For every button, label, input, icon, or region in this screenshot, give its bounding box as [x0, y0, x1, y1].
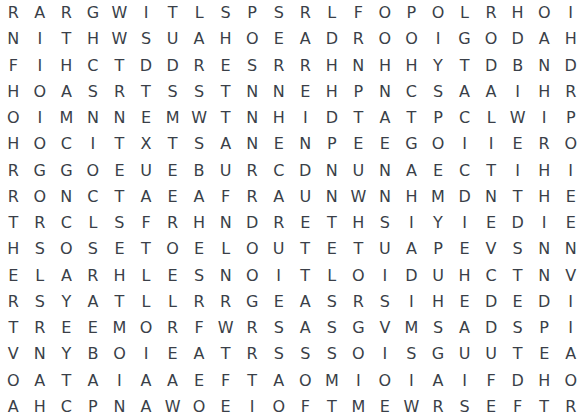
grid-cell[interactable]: O [0, 368, 27, 394]
grid-cell[interactable]: T [345, 105, 372, 131]
grid-cell[interactable]: S [319, 341, 346, 367]
grid-cell[interactable]: L [80, 210, 107, 236]
grid-cell[interactable]: U [265, 236, 292, 262]
grid-cell[interactable]: E [159, 158, 186, 184]
grid-cell[interactable]: A [80, 289, 107, 315]
grid-cell[interactable]: D [478, 315, 505, 341]
grid-cell[interactable]: E [319, 236, 346, 262]
grid-cell[interactable]: H [265, 105, 292, 131]
grid-cell[interactable]: R [345, 289, 372, 315]
grid-cell[interactable]: U [425, 263, 452, 289]
grid-cell[interactable]: S [27, 289, 54, 315]
grid-cell[interactable]: L [133, 289, 160, 315]
grid-cell[interactable]: P [345, 79, 372, 105]
grid-cell[interactable]: U [133, 158, 160, 184]
grid-cell[interactable]: O [531, 0, 558, 26]
grid-cell[interactable]: E [451, 289, 478, 315]
grid-cell[interactable]: E [0, 263, 27, 289]
grid-cell[interactable]: N [53, 184, 80, 210]
grid-cell[interactable]: H [212, 26, 239, 52]
grid-cell[interactable]: D [478, 289, 505, 315]
grid-cell[interactable]: N [106, 105, 133, 131]
grid-cell[interactable]: W [106, 26, 133, 52]
grid-cell[interactable]: B [504, 53, 531, 79]
grid-cell[interactable]: H [557, 26, 584, 52]
grid-cell[interactable]: T [531, 394, 558, 420]
grid-cell[interactable]: W [106, 0, 133, 26]
grid-cell[interactable]: M [53, 105, 80, 131]
grid-cell[interactable]: S [265, 0, 292, 26]
grid-cell[interactable]: I [106, 368, 133, 394]
grid-cell[interactable]: I [292, 105, 319, 131]
grid-cell[interactable]: N [239, 79, 266, 105]
grid-cell[interactable]: G [398, 131, 425, 157]
grid-cell[interactable]: O [398, 26, 425, 52]
grid-cell[interactable]: L [319, 0, 346, 26]
grid-cell[interactable]: L [159, 289, 186, 315]
grid-cell[interactable]: C [53, 131, 80, 157]
grid-cell[interactable]: E [478, 394, 505, 420]
grid-cell[interactable]: R [265, 210, 292, 236]
grid-cell[interactable]: M [398, 315, 425, 341]
grid-cell[interactable]: E [212, 53, 239, 79]
grid-cell[interactable]: C [478, 263, 505, 289]
grid-cell[interactable]: G [345, 315, 372, 341]
grid-cell[interactable]: H [531, 184, 558, 210]
grid-cell[interactable]: T [292, 263, 319, 289]
grid-cell[interactable]: E [80, 315, 107, 341]
grid-cell[interactable]: E [372, 394, 399, 420]
grid-cell[interactable]: D [504, 26, 531, 52]
grid-cell[interactable]: G [53, 158, 80, 184]
grid-cell[interactable]: O [27, 131, 54, 157]
grid-cell[interactable]: G [451, 26, 478, 52]
grid-cell[interactable]: E [265, 289, 292, 315]
grid-cell[interactable]: R [239, 315, 266, 341]
grid-cell[interactable]: N [531, 236, 558, 262]
grid-cell[interactable]: M [106, 315, 133, 341]
grid-cell[interactable]: R [0, 289, 27, 315]
grid-cell[interactable]: A [186, 341, 213, 367]
grid-cell[interactable]: I [425, 26, 452, 52]
grid-cell[interactable]: S [265, 315, 292, 341]
grid-cell[interactable]: S [133, 26, 160, 52]
grid-cell[interactable]: H [531, 158, 558, 184]
grid-cell[interactable]: O [425, 131, 452, 157]
grid-cell[interactable]: T [504, 184, 531, 210]
grid-cell[interactable]: E [372, 131, 399, 157]
grid-cell[interactable]: T [212, 105, 239, 131]
grid-cell[interactable]: T [504, 341, 531, 367]
grid-cell[interactable]: S [292, 341, 319, 367]
grid-cell[interactable]: W [398, 394, 425, 420]
grid-cell[interactable]: A [53, 263, 80, 289]
grid-cell[interactable]: D [504, 210, 531, 236]
grid-cell[interactable]: I [27, 26, 54, 52]
grid-cell[interactable]: H [531, 79, 558, 105]
grid-cell[interactable]: R [557, 394, 584, 420]
grid-cell[interactable]: H [398, 53, 425, 79]
grid-cell[interactable]: T [319, 394, 346, 420]
grid-cell[interactable]: A [27, 368, 54, 394]
grid-cell[interactable]: O [53, 236, 80, 262]
grid-cell[interactable]: Y [425, 210, 452, 236]
grid-cell[interactable]: O [106, 341, 133, 367]
grid-cell[interactable]: N [239, 105, 266, 131]
grid-cell[interactable]: U [159, 26, 186, 52]
grid-cell[interactable]: B [186, 158, 213, 184]
grid-cell[interactable]: M [425, 184, 452, 210]
grid-cell[interactable]: O [133, 315, 160, 341]
grid-cell[interactable]: A [133, 394, 160, 420]
grid-cell[interactable]: M [159, 105, 186, 131]
grid-cell[interactable]: R [0, 0, 27, 26]
grid-cell[interactable]: P [239, 0, 266, 26]
grid-cell[interactable]: S [425, 315, 452, 341]
grid-cell[interactable]: H [27, 394, 54, 420]
grid-cell[interactable]: S [212, 0, 239, 26]
grid-cell[interactable]: I [504, 79, 531, 105]
grid-cell[interactable]: E [106, 236, 133, 262]
grid-cell[interactable]: F [212, 368, 239, 394]
grid-cell[interactable]: A [159, 368, 186, 394]
grid-cell[interactable]: O [0, 105, 27, 131]
grid-cell[interactable]: T [133, 79, 160, 105]
grid-cell[interactable]: R [557, 79, 584, 105]
grid-cell[interactable]: O [292, 368, 319, 394]
grid-cell[interactable]: E [557, 184, 584, 210]
grid-cell[interactable]: N [345, 53, 372, 79]
grid-cell[interactable]: C [451, 105, 478, 131]
grid-cell[interactable]: R [80, 263, 107, 289]
grid-cell[interactable]: R [292, 53, 319, 79]
grid-cell[interactable]: S [504, 236, 531, 262]
grid-cell[interactable]: N [372, 158, 399, 184]
grid-cell[interactable]: U [478, 341, 505, 367]
grid-cell[interactable]: N [0, 26, 27, 52]
grid-cell[interactable]: E [451, 236, 478, 262]
grid-cell[interactable]: G [239, 289, 266, 315]
grid-cell[interactable]: S [319, 315, 346, 341]
grid-cell[interactable]: N [212, 263, 239, 289]
grid-cell[interactable]: R [478, 0, 505, 26]
grid-cell[interactable]: F [133, 210, 160, 236]
grid-cell[interactable]: A [265, 184, 292, 210]
grid-cell[interactable]: S [186, 131, 213, 157]
grid-cell[interactable]: F [345, 0, 372, 26]
grid-cell[interactable]: A [398, 236, 425, 262]
grid-cell[interactable]: V [0, 341, 27, 367]
grid-cell[interactable]: A [27, 0, 54, 26]
grid-cell[interactable]: E [159, 263, 186, 289]
grid-cell[interactable]: T [0, 210, 27, 236]
grid-cell[interactable]: O [239, 26, 266, 52]
grid-cell[interactable]: R [27, 210, 54, 236]
grid-cell[interactable]: O [557, 131, 584, 157]
grid-cell[interactable]: E [106, 158, 133, 184]
grid-cell[interactable]: U [292, 184, 319, 210]
grid-cell[interactable]: I [451, 131, 478, 157]
grid-cell[interactable]: F [186, 315, 213, 341]
grid-cell[interactable]: Y [425, 53, 452, 79]
grid-cell[interactable]: O [372, 26, 399, 52]
grid-cell[interactable]: I [531, 210, 558, 236]
grid-cell[interactable]: I [398, 210, 425, 236]
grid-cell[interactable]: W [504, 105, 531, 131]
grid-cell[interactable]: E [292, 79, 319, 105]
grid-cell[interactable]: G [27, 158, 54, 184]
grid-cell[interactable]: A [186, 184, 213, 210]
grid-cell[interactable]: N [319, 158, 346, 184]
grid-cell[interactable]: F [478, 368, 505, 394]
grid-cell[interactable]: I [557, 0, 584, 26]
grid-cell[interactable]: S [159, 79, 186, 105]
grid-cell[interactable]: H [53, 53, 80, 79]
grid-cell[interactable]: I [345, 368, 372, 394]
grid-cell[interactable]: T [504, 263, 531, 289]
grid-cell[interactable]: A [451, 79, 478, 105]
grid-cell[interactable]: E [265, 26, 292, 52]
grid-cell[interactable]: H [398, 184, 425, 210]
grid-cell[interactable]: W [186, 105, 213, 131]
grid-cell[interactable]: E [478, 210, 505, 236]
grid-cell[interactable]: H [504, 0, 531, 26]
grid-cell[interactable]: R [531, 131, 558, 157]
grid-cell[interactable]: E [186, 236, 213, 262]
grid-cell[interactable]: I [239, 394, 266, 420]
grid-cell[interactable]: C [80, 184, 107, 210]
grid-cell[interactable]: O [478, 26, 505, 52]
grid-cell[interactable]: I [451, 368, 478, 394]
grid-cell[interactable]: I [557, 158, 584, 184]
grid-cell[interactable]: D [319, 105, 346, 131]
grid-cell[interactable]: C [53, 210, 80, 236]
grid-cell[interactable]: P [557, 105, 584, 131]
grid-cell[interactable]: O [345, 341, 372, 367]
grid-cell[interactable]: T [159, 131, 186, 157]
grid-cell[interactable]: L [451, 0, 478, 26]
grid-cell[interactable]: O [80, 158, 107, 184]
grid-cell[interactable]: I [265, 263, 292, 289]
grid-cell[interactable]: R [186, 53, 213, 79]
grid-cell[interactable]: N [531, 263, 558, 289]
grid-cell[interactable]: L [319, 263, 346, 289]
grid-cell[interactable]: E [133, 105, 160, 131]
grid-cell[interactable]: I [80, 131, 107, 157]
grid-cell[interactable]: D [398, 263, 425, 289]
grid-cell[interactable]: L [186, 0, 213, 26]
grid-cell[interactable]: O [372, 368, 399, 394]
grid-cell[interactable]: E [292, 210, 319, 236]
grid-cell[interactable]: W [159, 394, 186, 420]
grid-cell[interactable]: S [451, 394, 478, 420]
grid-cell[interactable]: F [212, 184, 239, 210]
grid-cell[interactable]: T [398, 105, 425, 131]
grid-cell[interactable]: F [0, 53, 27, 79]
grid-cell[interactable]: D [292, 158, 319, 184]
grid-cell[interactable]: E [186, 368, 213, 394]
grid-cell[interactable]: O [239, 236, 266, 262]
grid-cell[interactable]: N [478, 184, 505, 210]
grid-cell[interactable]: C [398, 79, 425, 105]
grid-cell[interactable]: S [372, 289, 399, 315]
grid-cell[interactable]: W [345, 184, 372, 210]
grid-cell[interactable]: I [372, 341, 399, 367]
grid-cell[interactable]: H [80, 26, 107, 52]
grid-cell[interactable]: G [425, 341, 452, 367]
grid-cell[interactable]: R [0, 184, 27, 210]
grid-cell[interactable]: H [0, 131, 27, 157]
grid-cell[interactable]: A [398, 158, 425, 184]
grid-cell[interactable]: S [80, 236, 107, 262]
grid-cell[interactable]: H [106, 263, 133, 289]
grid-cell[interactable]: H [319, 53, 346, 79]
grid-cell[interactable]: N [27, 341, 54, 367]
grid-cell[interactable]: S [265, 341, 292, 367]
grid-cell[interactable]: D [531, 289, 558, 315]
grid-cell[interactable]: T [53, 26, 80, 52]
grid-cell[interactable]: T [133, 236, 160, 262]
grid-cell[interactable]: E [212, 394, 239, 420]
grid-cell[interactable]: H [186, 210, 213, 236]
grid-cell[interactable]: I [451, 210, 478, 236]
grid-cell[interactable]: A [292, 26, 319, 52]
grid-cell[interactable]: T [106, 184, 133, 210]
grid-cell[interactable]: N [372, 184, 399, 210]
grid-cell[interactable]: A [292, 315, 319, 341]
grid-cell[interactable]: P [531, 315, 558, 341]
grid-cell[interactable]: L [212, 236, 239, 262]
grid-cell[interactable]: X [133, 131, 160, 157]
grid-cell[interactable]: I [478, 131, 505, 157]
grid-cell[interactable]: S [398, 341, 425, 367]
grid-cell[interactable]: N [292, 131, 319, 157]
grid-cell[interactable]: D [451, 184, 478, 210]
grid-cell[interactable]: P [80, 394, 107, 420]
grid-cell[interactable]: L [133, 263, 160, 289]
grid-cell[interactable]: B [80, 341, 107, 367]
grid-cell[interactable]: N [372, 79, 399, 105]
grid-cell[interactable]: I [398, 289, 425, 315]
grid-cell[interactable]: S [319, 289, 346, 315]
grid-cell[interactable]: R [186, 289, 213, 315]
grid-cell[interactable]: I [557, 289, 584, 315]
grid-cell[interactable]: A [531, 26, 558, 52]
grid-cell[interactable]: Y [53, 341, 80, 367]
grid-cell[interactable]: S [372, 210, 399, 236]
grid-cell[interactable]: E [345, 131, 372, 157]
grid-cell[interactable]: O [345, 263, 372, 289]
grid-cell[interactable]: U [372, 236, 399, 262]
grid-cell[interactable]: H [0, 236, 27, 262]
grid-cell[interactable]: I [398, 368, 425, 394]
grid-cell[interactable]: A [212, 131, 239, 157]
grid-cell[interactable]: R [106, 79, 133, 105]
grid-cell[interactable]: T [239, 368, 266, 394]
grid-cell[interactable]: S [186, 79, 213, 105]
grid-cell[interactable]: A [451, 315, 478, 341]
grid-cell[interactable]: A [372, 105, 399, 131]
grid-cell[interactable]: I [531, 105, 558, 131]
grid-cell[interactable]: U [212, 158, 239, 184]
grid-cell[interactable]: E [425, 158, 452, 184]
grid-cell[interactable]: H [345, 210, 372, 236]
grid-cell[interactable]: E [557, 210, 584, 236]
grid-cell[interactable]: M [319, 368, 346, 394]
grid-cell[interactable]: H [451, 263, 478, 289]
grid-cell[interactable]: A [292, 289, 319, 315]
grid-cell[interactable]: I [133, 0, 160, 26]
grid-cell[interactable]: O [27, 79, 54, 105]
grid-cell[interactable]: O [372, 0, 399, 26]
grid-cell[interactable]: T [451, 53, 478, 79]
grid-cell[interactable]: S [186, 263, 213, 289]
grid-cell[interactable]: A [80, 368, 107, 394]
grid-cell[interactable]: S [80, 79, 107, 105]
grid-cell[interactable]: T [106, 131, 133, 157]
grid-cell[interactable]: H [0, 79, 27, 105]
grid-cell[interactable]: P [425, 105, 452, 131]
grid-cell[interactable]: N [239, 131, 266, 157]
grid-cell[interactable]: V [557, 263, 584, 289]
grid-cell[interactable]: L [27, 263, 54, 289]
grid-cell[interactable]: R [239, 158, 266, 184]
grid-cell[interactable]: R [212, 289, 239, 315]
grid-cell[interactable]: I [133, 341, 160, 367]
grid-cell[interactable]: H [319, 79, 346, 105]
grid-cell[interactable]: H [531, 368, 558, 394]
grid-cell[interactable]: R [0, 158, 27, 184]
grid-cell[interactable]: R [159, 315, 186, 341]
grid-cell[interactable]: T [212, 79, 239, 105]
grid-cell[interactable]: T [345, 236, 372, 262]
grid-cell[interactable]: U [451, 341, 478, 367]
grid-cell[interactable]: P [398, 0, 425, 26]
grid-cell[interactable]: S [106, 210, 133, 236]
grid-cell[interactable]: O [27, 184, 54, 210]
grid-cell[interactable]: S [425, 79, 452, 105]
grid-cell[interactable]: T [106, 53, 133, 79]
grid-cell[interactable]: I [557, 315, 584, 341]
grid-cell[interactable]: N [531, 53, 558, 79]
grid-cell[interactable]: O [265, 394, 292, 420]
grid-cell[interactable]: T [159, 0, 186, 26]
grid-cell[interactable]: R [345, 26, 372, 52]
grid-cell[interactable]: A [478, 79, 505, 105]
grid-cell[interactable]: D [504, 368, 531, 394]
grid-cell[interactable]: T [106, 289, 133, 315]
grid-cell[interactable]: G [80, 0, 107, 26]
grid-cell[interactable]: R [292, 0, 319, 26]
grid-cell[interactable]: R [265, 53, 292, 79]
grid-cell[interactable]: S [27, 236, 54, 262]
grid-cell[interactable]: T [53, 368, 80, 394]
grid-cell[interactable]: O [557, 368, 584, 394]
grid-cell[interactable]: A [186, 26, 213, 52]
grid-cell[interactable]: S [239, 53, 266, 79]
grid-cell[interactable]: S [504, 315, 531, 341]
grid-cell[interactable]: D [478, 53, 505, 79]
grid-cell[interactable]: O [159, 236, 186, 262]
grid-cell[interactable]: E [531, 341, 558, 367]
grid-cell[interactable]: R [53, 0, 80, 26]
grid-cell[interactable]: A [557, 341, 584, 367]
grid-cell[interactable]: A [133, 184, 160, 210]
grid-cell[interactable]: V [478, 236, 505, 262]
grid-cell[interactable]: E [159, 184, 186, 210]
grid-cell[interactable]: R [27, 315, 54, 341]
grid-cell[interactable]: A [265, 368, 292, 394]
